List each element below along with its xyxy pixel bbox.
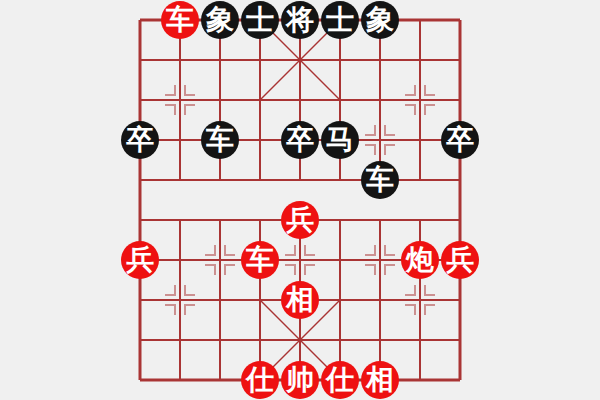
black-soldier[interactable]: 卒 xyxy=(121,121,159,159)
black-elephant[interactable]: 象 xyxy=(201,1,239,39)
red-soldier[interactable]: 兵 xyxy=(281,201,319,239)
pieces-layer: 车象士将士象卒车卒马卒车兵兵车炮兵相仕帅仕相 xyxy=(120,0,480,400)
black-soldier[interactable]: 卒 xyxy=(441,121,479,159)
black-soldier[interactable]: 卒 xyxy=(281,121,319,159)
red-cannon[interactable]: 炮 xyxy=(401,241,439,279)
black-chariot[interactable]: 车 xyxy=(201,121,239,159)
red-chariot[interactable]: 车 xyxy=(241,241,279,279)
black-advisor[interactable]: 士 xyxy=(321,1,359,39)
black-general[interactable]: 将 xyxy=(281,1,319,39)
red-soldier[interactable]: 兵 xyxy=(121,241,159,279)
black-elephant[interactable]: 象 xyxy=(361,1,399,39)
black-advisor[interactable]: 士 xyxy=(241,1,279,39)
xiangqi-board[interactable]: 车象士将士象卒车卒马卒车兵兵车炮兵相仕帅仕相 xyxy=(0,0,600,400)
red-chariot[interactable]: 车 xyxy=(161,1,199,39)
red-advisor[interactable]: 仕 xyxy=(241,361,279,399)
black-horse[interactable]: 马 xyxy=(321,121,359,159)
red-elephant[interactable]: 相 xyxy=(281,281,319,319)
red-general[interactable]: 帅 xyxy=(281,361,319,399)
black-chariot[interactable]: 车 xyxy=(361,161,399,199)
red-advisor[interactable]: 仕 xyxy=(321,361,359,399)
red-soldier[interactable]: 兵 xyxy=(441,241,479,279)
red-elephant[interactable]: 相 xyxy=(361,361,399,399)
